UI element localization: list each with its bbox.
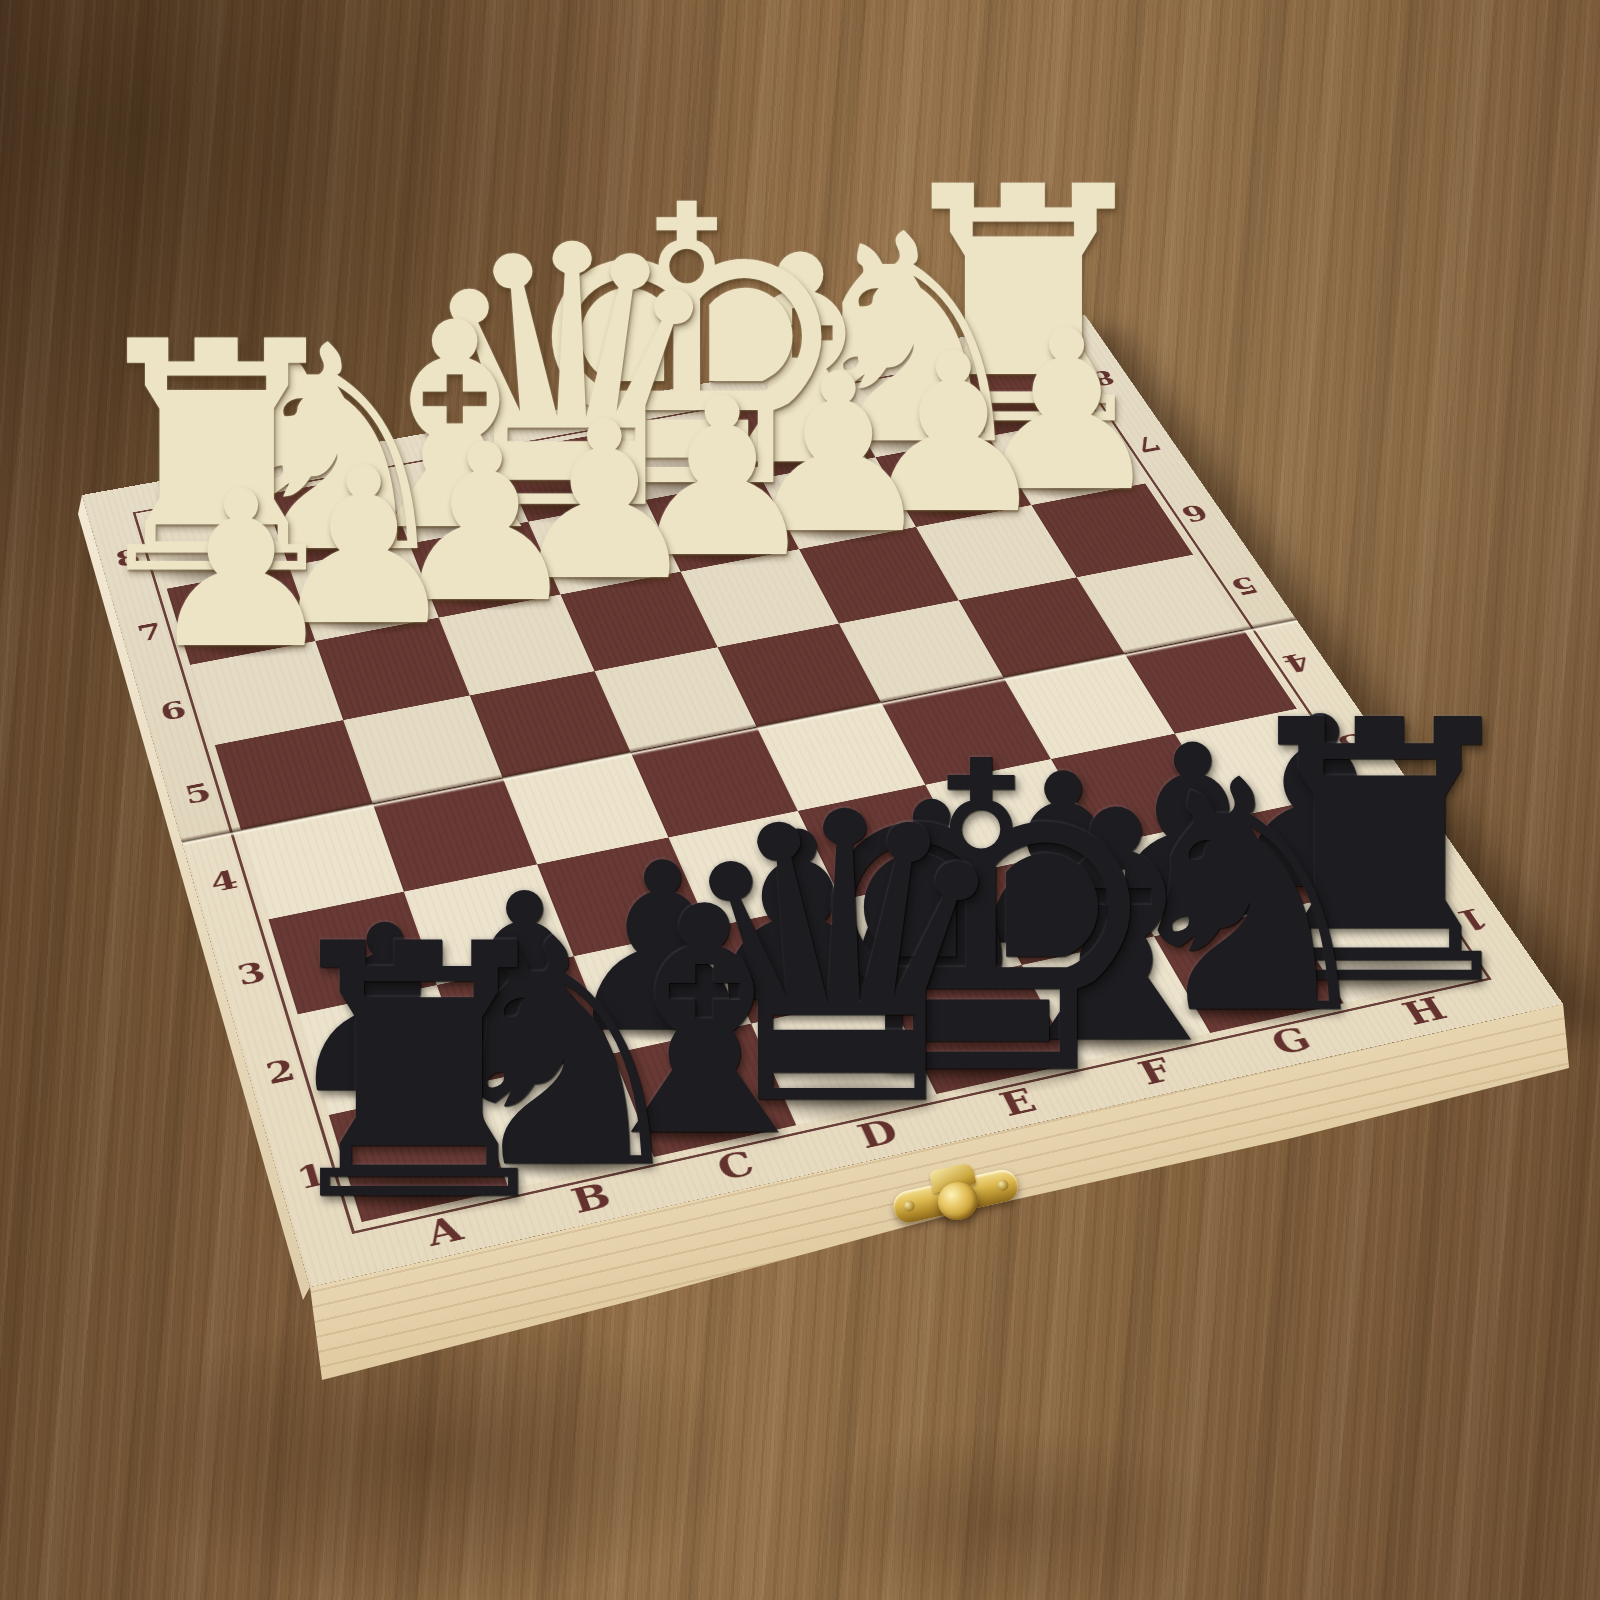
chess-board: 8765432187654321ABCDEFGH — [82, 315, 1563, 1287]
photo-stage: 8765432187654321ABCDEFGH ♜♞♝♛♚♝♞♜♟♟♟♟♟♟♟… — [0, 0, 1600, 1600]
